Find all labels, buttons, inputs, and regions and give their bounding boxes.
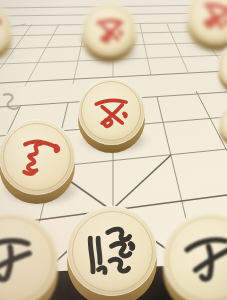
piece-black-general[interactable]: [67, 206, 157, 296]
piece-wood-piece-right-edge[interactable]: [219, 104, 227, 142]
soldier-glyph: [0, 223, 47, 297]
horse-glyph: [8, 128, 66, 186]
piece-red-piece-far-right[interactable]: [187, 0, 227, 44]
piece-black-piece-right-edge[interactable]: [218, 43, 227, 89]
piece-red-horse[interactable]: [0, 119, 75, 195]
soldier-glyph: [86, 86, 137, 137]
general-glyph: [74, 213, 149, 288]
unidentified-glyph: [0, 10, 5, 47]
piece-red-soldier-far[interactable]: [82, 2, 136, 56]
piece-red-piece-far-left[interactable]: [0, 3, 12, 55]
piece-black-soldier-left[interactable]: [0, 212, 58, 300]
xiangqi-board-photo: [0, 0, 227, 300]
piece-black-soldier-right[interactable]: [163, 212, 227, 300]
piece-red-soldier-center[interactable]: [78, 78, 145, 145]
soldier-glyph: [90, 10, 129, 49]
unidentified-glyph: [224, 49, 227, 82]
